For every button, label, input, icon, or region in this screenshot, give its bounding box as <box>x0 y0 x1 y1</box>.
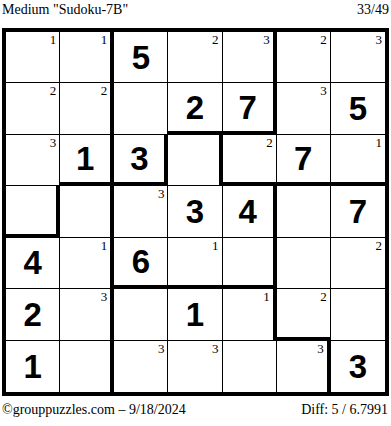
footer-copyright: ©grouppuzzles.com – 9/18/2024 <box>2 402 186 418</box>
corner-mark: 3 <box>263 32 270 47</box>
cell-r2c6[interactable]: 3 <box>277 83 331 134</box>
corner-mark: 1 <box>212 238 219 253</box>
given-digit: 3 <box>114 135 164 182</box>
cell-r4c4[interactable]: 3 <box>168 186 222 237</box>
corner-mark: 1 <box>263 289 270 304</box>
cell-r5c7[interactable]: 2 <box>331 238 385 289</box>
given-digit: 7 <box>223 83 273 130</box>
cell-r5c3[interactable]: 6 <box>114 238 168 289</box>
header: Medium "Sudoku-7B" 33/49 <box>0 0 391 28</box>
page-title: Medium "Sudoku-7B" <box>2 2 128 18</box>
cell-r6c7[interactable] <box>331 289 385 340</box>
cell-r5c4[interactable]: 1 <box>168 238 222 289</box>
corner-mark: 3 <box>50 135 57 150</box>
cell-r5c1[interactable]: 4 <box>6 238 60 289</box>
cell-r4c7[interactable]: 7 <box>331 186 385 237</box>
cell-r6c2[interactable]: 3 <box>60 289 114 340</box>
cell-r2c7[interactable]: 5 <box>331 83 385 134</box>
given-digit: 2 <box>6 289 59 339</box>
footer-difficulty: Diff: 5 / 6.7991 <box>301 402 388 418</box>
cell-r3c1[interactable]: 3 <box>6 135 60 186</box>
cell-r1c7[interactable]: 3 <box>331 32 385 83</box>
cell-r3c5[interactable]: 2 <box>223 135 277 186</box>
given-digit: 6 <box>114 238 167 285</box>
cell-r2c3[interactable] <box>114 83 168 134</box>
corner-mark: 1 <box>375 135 382 150</box>
cell-r2c4[interactable]: 2 <box>168 83 222 134</box>
given-digit: 7 <box>277 135 330 182</box>
cell-r7c2[interactable] <box>60 341 114 392</box>
cell-r2c5[interactable]: 7 <box>223 83 277 134</box>
cell-r3c6[interactable]: 7 <box>277 135 331 186</box>
cell-r3c2[interactable]: 1 <box>60 135 114 186</box>
cell-r7c7[interactable]: 3 <box>331 341 385 392</box>
cell-r1c4[interactable]: 2 <box>168 32 222 83</box>
corner-mark: 1 <box>50 32 57 47</box>
corner-mark: 2 <box>50 83 57 98</box>
cell-r3c3[interactable]: 3 <box>114 135 168 186</box>
cell-r7c1[interactable]: 1 <box>6 341 60 392</box>
corner-mark: 3 <box>212 341 219 356</box>
given-digit: 1 <box>60 135 110 182</box>
cell-r5c6[interactable] <box>277 238 331 289</box>
cell-r7c5[interactable] <box>223 341 277 392</box>
corner-mark: 1 <box>101 238 108 253</box>
corner-mark: 2 <box>212 32 219 47</box>
corner-mark: 1 <box>101 32 108 47</box>
sudoku-board: 11523232227353132713347416122311213333 <box>2 28 389 396</box>
cell-r6c6[interactable]: 2 <box>277 289 331 340</box>
cell-r4c6[interactable] <box>277 186 331 237</box>
cell-r4c1[interactable] <box>6 186 60 237</box>
given-digit: 3 <box>331 341 385 392</box>
corner-mark: 3 <box>317 341 324 356</box>
corner-mark: 2 <box>101 83 108 98</box>
cell-r6c3[interactable] <box>114 289 168 340</box>
footer: ©grouppuzzles.com – 9/18/2024 Diff: 5 / … <box>0 396 391 418</box>
given-digit: 5 <box>331 83 385 133</box>
cell-r2c1[interactable]: 2 <box>6 83 60 134</box>
cell-r7c6[interactable]: 3 <box>277 341 331 392</box>
given-digit: 7 <box>331 186 385 236</box>
corner-mark: 2 <box>375 238 382 253</box>
cell-r7c3[interactable]: 3 <box>114 341 168 392</box>
cell-r5c2[interactable]: 1 <box>60 238 114 289</box>
puzzle-counter: 33/49 <box>357 2 389 18</box>
given-digit: 2 <box>168 83 221 130</box>
corner-mark: 3 <box>320 83 327 98</box>
corner-mark: 2 <box>320 32 327 47</box>
given-digit: 1 <box>168 289 221 339</box>
cell-r1c2[interactable]: 1 <box>60 32 114 83</box>
given-digit: 4 <box>6 238 59 288</box>
cell-r7c4[interactable]: 3 <box>168 341 222 392</box>
given-digit: 5 <box>114 32 167 82</box>
given-digit: 4 <box>223 186 273 236</box>
cell-r4c3[interactable]: 3 <box>114 186 168 237</box>
given-digit: 3 <box>168 186 221 236</box>
corner-mark: 3 <box>158 186 165 201</box>
cell-r1c6[interactable]: 2 <box>277 32 331 83</box>
cell-r4c5[interactable]: 4 <box>223 186 277 237</box>
corner-mark: 3 <box>375 32 382 47</box>
corner-mark: 2 <box>266 135 273 150</box>
corner-mark: 3 <box>158 341 165 356</box>
cell-r4c2[interactable] <box>60 186 114 237</box>
cell-r5c5[interactable] <box>223 238 277 289</box>
cell-r6c5[interactable]: 1 <box>223 289 277 340</box>
cell-r3c7[interactable]: 1 <box>331 135 385 186</box>
cell-r3c4[interactable] <box>168 135 222 186</box>
cell-r6c4[interactable]: 1 <box>168 289 222 340</box>
given-digit: 1 <box>6 341 59 392</box>
cell-r6c1[interactable]: 2 <box>6 289 60 340</box>
cell-r1c1[interactable]: 1 <box>6 32 60 83</box>
corner-mark: 2 <box>320 289 327 304</box>
corner-mark: 3 <box>101 289 108 304</box>
cell-r1c3[interactable]: 5 <box>114 32 168 83</box>
cell-r1c5[interactable]: 3 <box>223 32 277 83</box>
cell-r2c2[interactable]: 2 <box>60 83 114 134</box>
